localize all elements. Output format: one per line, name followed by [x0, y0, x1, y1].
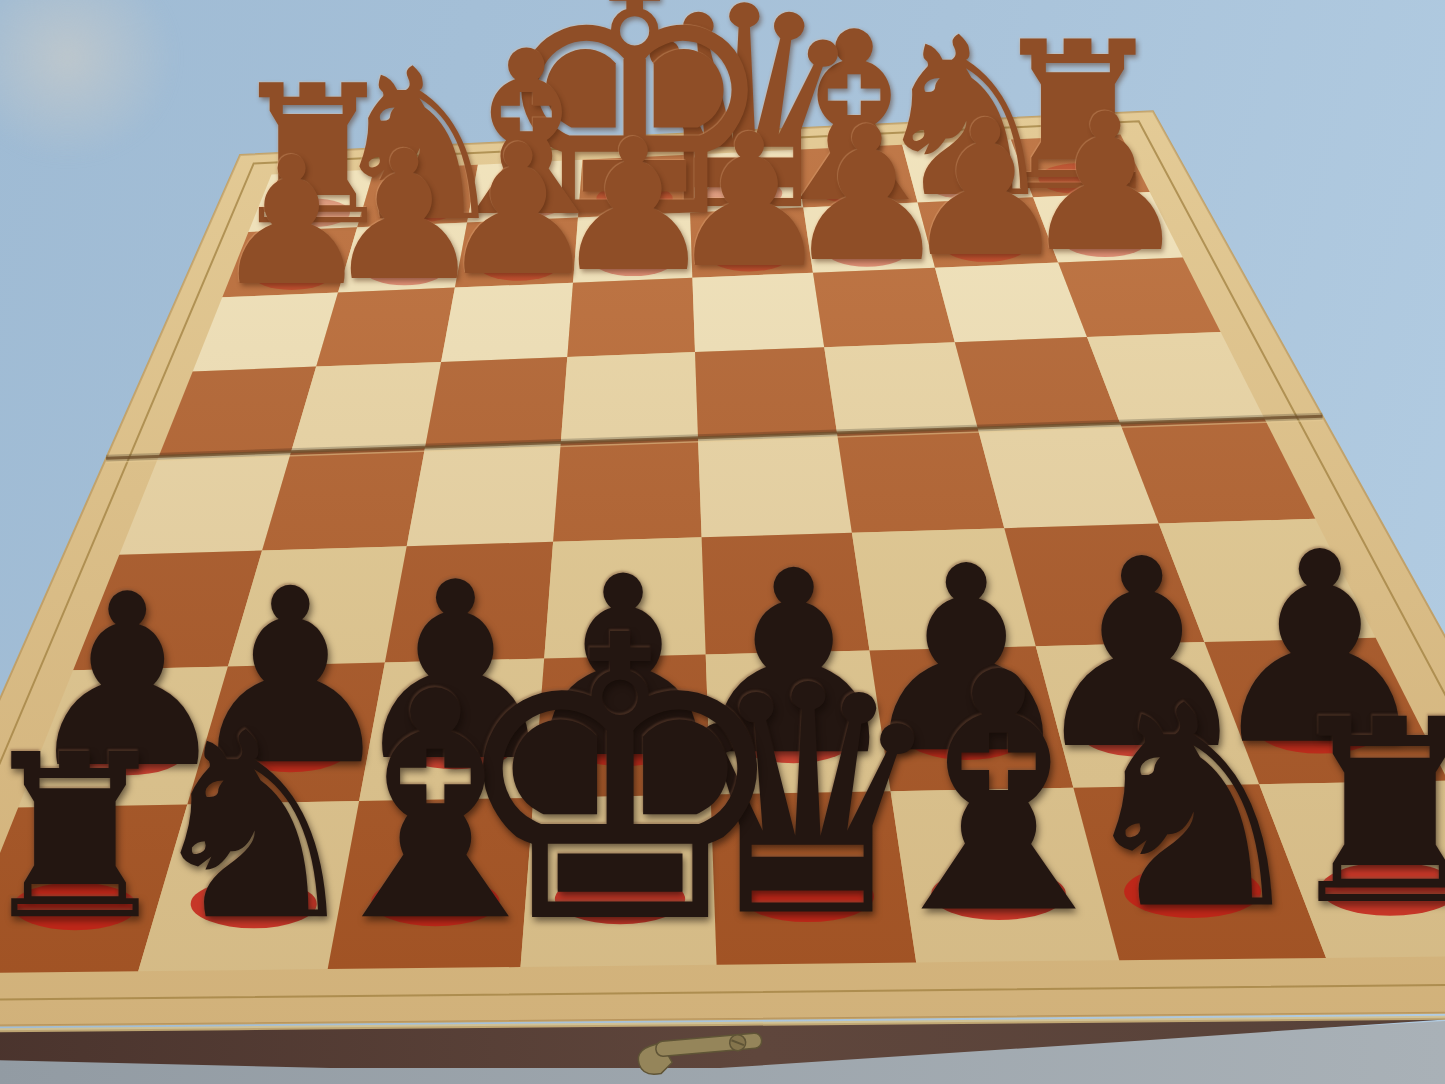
felt-b1 [926, 168, 1004, 198]
felt-g1 [382, 194, 457, 223]
felt-d2 [709, 240, 791, 272]
felt-h7 [71, 732, 184, 776]
felt-e7 [564, 721, 682, 767]
felt-f1 [489, 189, 564, 218]
felt-h1 [276, 198, 350, 227]
felt-e2 [593, 245, 674, 276]
felt-c1 [815, 174, 893, 204]
chessboard [0, 0, 1445, 1084]
felt-d7 [733, 717, 853, 763]
felt-e8 [555, 874, 685, 924]
felt-h8 [13, 882, 137, 930]
felt-d8 [741, 871, 874, 922]
felt-h2 [252, 260, 331, 290]
felt-a1 [1038, 163, 1117, 194]
felt-f7 [397, 724, 514, 769]
felt-c8 [931, 868, 1066, 920]
felt-d1 [705, 179, 782, 209]
felt-f8 [371, 877, 499, 926]
felt-a2 [1063, 224, 1147, 257]
felt-g7 [233, 728, 348, 772]
felt-a7 [1257, 705, 1383, 753]
felt-g8 [191, 880, 317, 929]
felt-b7 [1080, 709, 1204, 757]
felt-g2 [365, 255, 444, 286]
felt-c2 [826, 235, 909, 267]
felt-b8 [1124, 865, 1261, 918]
photo-scene: ♜♞♝♚♛♝♞♜♟♟♟♟♟♟♟♟♟♟♟♟♟♟♟♟♜♞♝♚♛♝♞♜ [0, 0, 1445, 1084]
felt-e1 [596, 184, 672, 213]
felt-c7 [905, 713, 1027, 760]
felt-f2 [478, 250, 558, 281]
felt-b2 [944, 230, 1028, 262]
